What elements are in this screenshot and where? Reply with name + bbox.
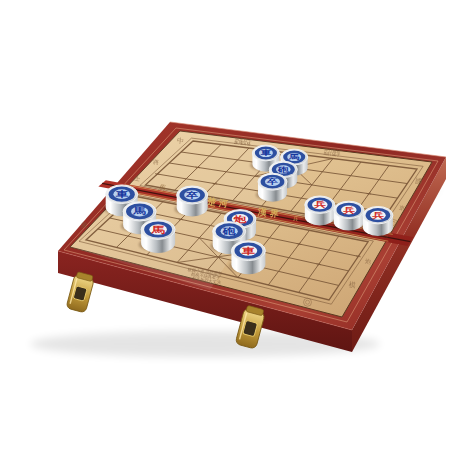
piece-glyph: 車	[259, 149, 271, 157]
piece-glyph: 兵	[342, 206, 355, 215]
margin-glyph: 將	[153, 158, 160, 166]
piece-red-soldier-3[interactable]: 兵	[361, 207, 393, 236]
piece-glyph: 兵	[371, 211, 384, 220]
piece-glyph: 車	[115, 189, 128, 198]
piece-glyph: 砲	[277, 165, 290, 174]
river-doodle: 兵	[293, 215, 299, 222]
piece-blue-soldier-2[interactable]: 卒	[174, 186, 207, 216]
piece-glyph: 卒	[266, 177, 279, 186]
piece-red-horse-1[interactable]: 馬	[139, 220, 175, 253]
piece-glyph: 兵	[313, 200, 326, 209]
corner-glyph: 棋	[348, 281, 356, 290]
xiangqi-set-scene: 楚河漢界兵卒馬馬走日字象飛田格車行直路炮打隔子棋雖小道 品德最尊觀棋不語真君子舉…	[0, 0, 461, 461]
piece-glyph: 車	[241, 246, 255, 256]
piece-glyph: 馬	[288, 153, 300, 161]
piece-blue-soldier-1[interactable]: 卒	[256, 173, 287, 201]
corner-glyph: 中	[177, 137, 185, 146]
piece-glyph: 馬	[150, 225, 165, 235]
piece-glyph: 馬	[132, 207, 146, 217]
piece-red-chariot-1[interactable]: 車	[229, 241, 265, 274]
piece-red-soldier-1[interactable]: 兵	[303, 196, 335, 225]
margin-glyph: 車	[398, 204, 406, 212]
corner-glyph: 象	[80, 221, 88, 230]
product-photo: 楚河漢界兵卒馬馬走日字象飛田格車行直路炮打隔子棋雖小道 品德最尊觀棋不語真君子舉…	[0, 0, 461, 461]
piece-glyph: 砲	[222, 226, 236, 236]
corner-glyph: 國	[415, 177, 423, 186]
brass-clasp-left[interactable]	[66, 271, 95, 313]
margin-glyph: 士	[133, 174, 141, 182]
horse-doodle: 馬	[157, 183, 166, 192]
piece-glyph: 卒	[185, 190, 198, 199]
piece-red-soldier-2[interactable]: 兵	[332, 201, 364, 230]
